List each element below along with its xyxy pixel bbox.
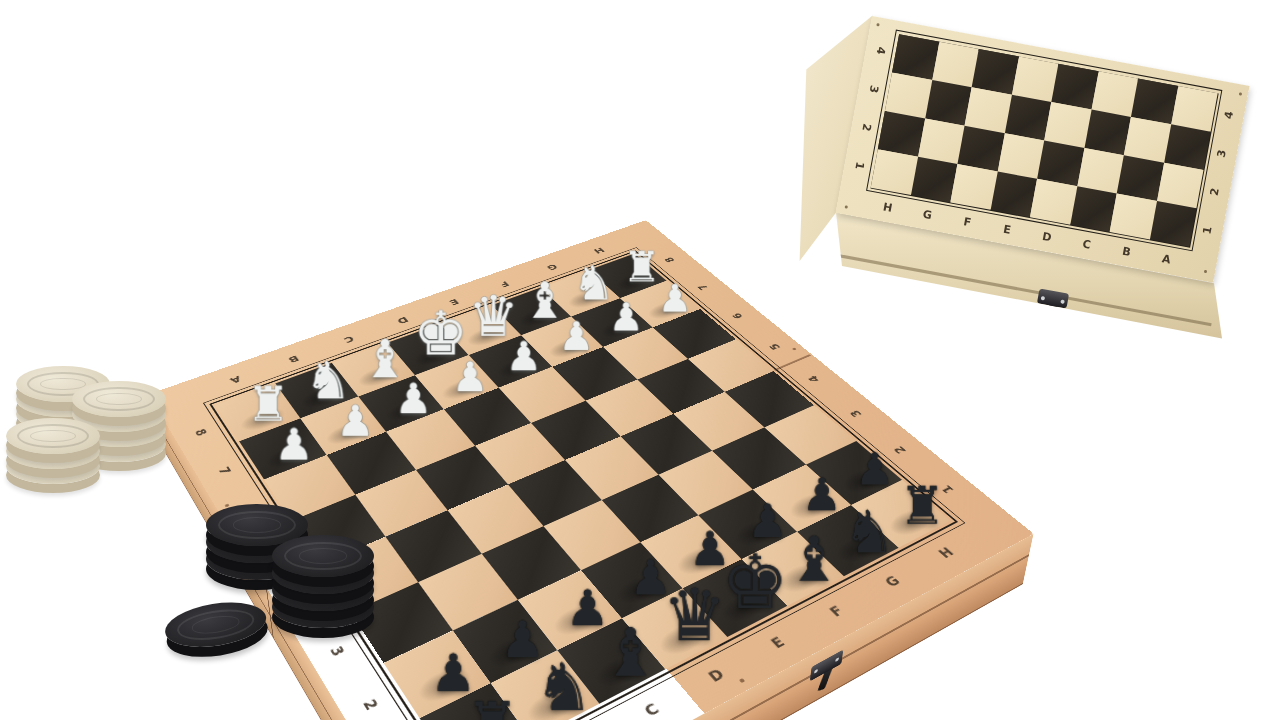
folded-box: HGFEDCBA 4321 4321 <box>790 0 1280 420</box>
lid-square <box>911 157 958 203</box>
black-bishop-c1: ♝ <box>601 621 661 684</box>
lid-square <box>950 164 997 210</box>
black-pawn-f2: ♟ <box>746 499 787 543</box>
screw-dot <box>1204 270 1207 273</box>
black-knight-b1: ♞ <box>534 656 593 719</box>
screw-dot <box>845 205 848 208</box>
product-photo-background: { "game": { "name": "chess", "set_type":… <box>0 0 1280 720</box>
screw-dot <box>1239 92 1242 95</box>
lid-square <box>1030 179 1077 225</box>
screw-dot <box>739 678 746 683</box>
white-pawn-a7: ♟ <box>275 424 314 465</box>
clasp-plate-icon <box>1037 289 1069 309</box>
black-knight-g1: ♞ <box>843 504 896 560</box>
lid-square <box>1070 186 1117 232</box>
black-queen-d1: ♛ <box>662 582 727 650</box>
black-pawn-h2: ♟ <box>855 448 895 490</box>
black-rook-h1: ♜ <box>899 483 946 532</box>
metal-clasp <box>810 650 843 682</box>
black-pawn-g2: ♟ <box>802 473 842 516</box>
metal-clasp <box>1037 289 1069 309</box>
screw-dot <box>876 23 879 26</box>
lid-square <box>1110 194 1157 240</box>
black-king-e1: ♚ <box>722 548 789 619</box>
black-rook-a1: ♜ <box>465 697 520 720</box>
black-bishop-f1: ♝ <box>786 530 842 589</box>
screw-dot <box>224 503 229 507</box>
lid-square <box>990 171 1037 217</box>
